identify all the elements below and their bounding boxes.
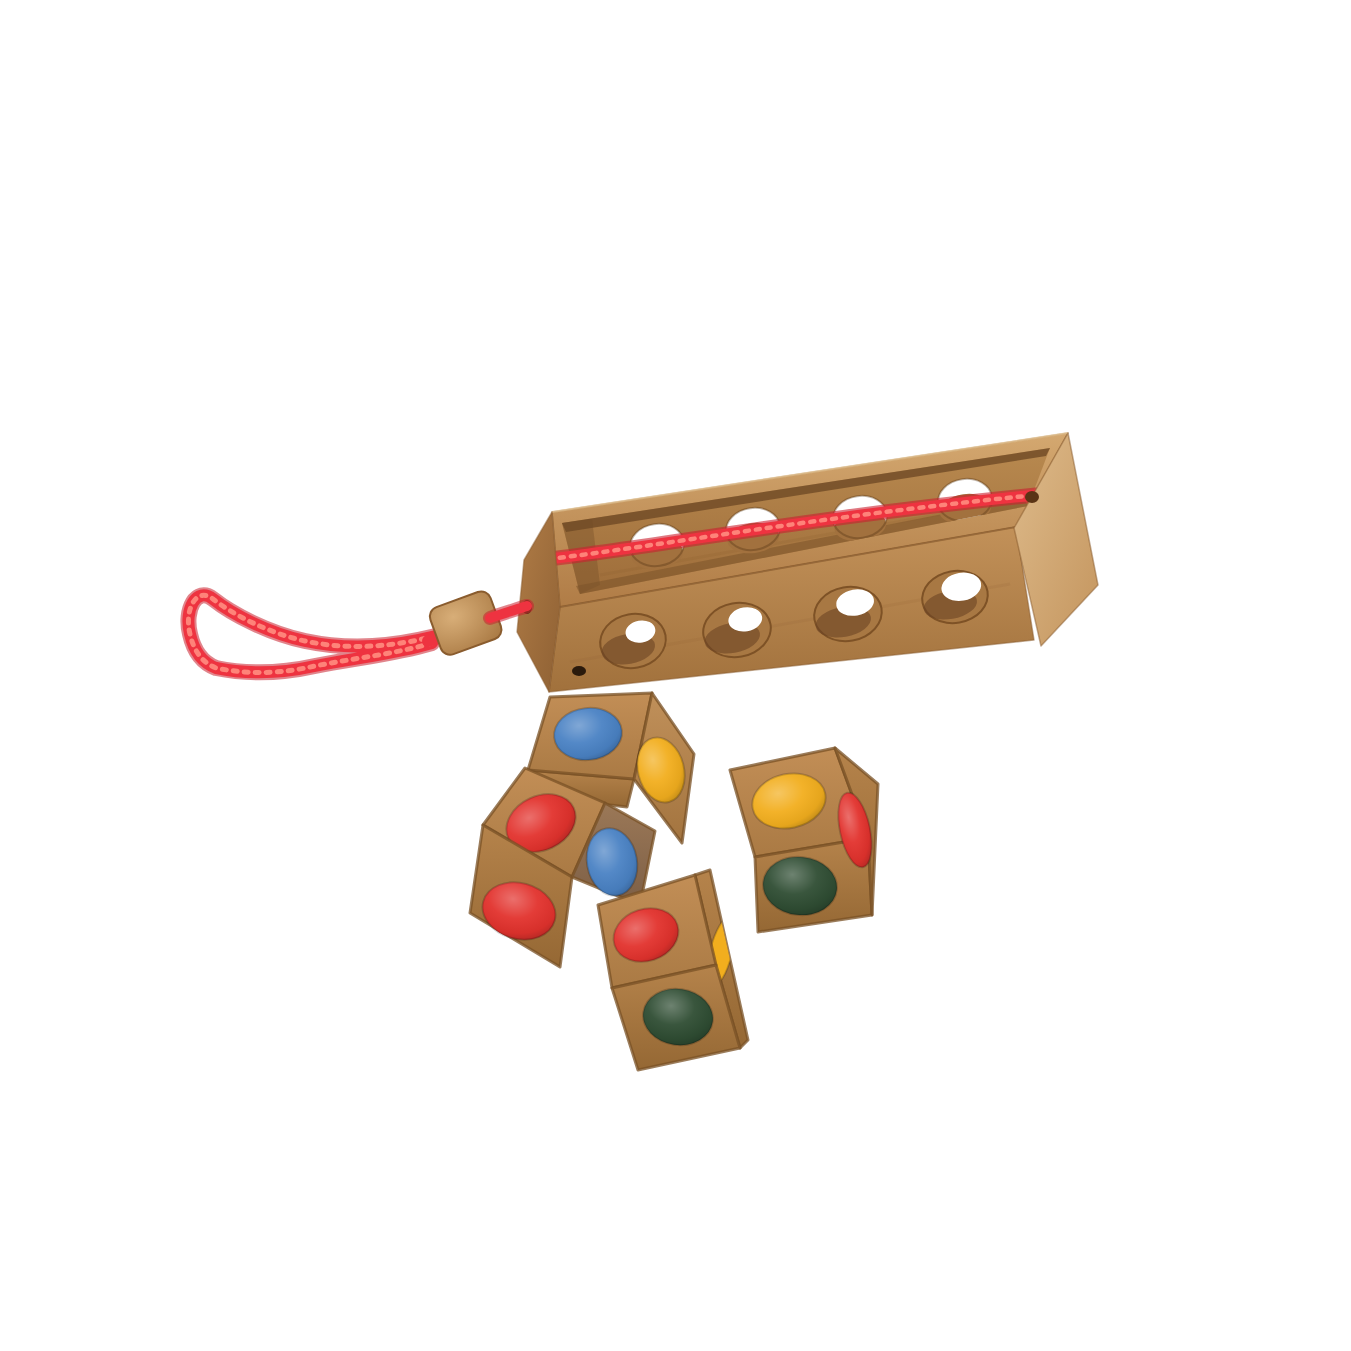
product-photo-stage xyxy=(0,0,1351,1351)
cord-exit-hole-right xyxy=(1025,491,1039,503)
tray-pin-hole xyxy=(572,666,586,676)
